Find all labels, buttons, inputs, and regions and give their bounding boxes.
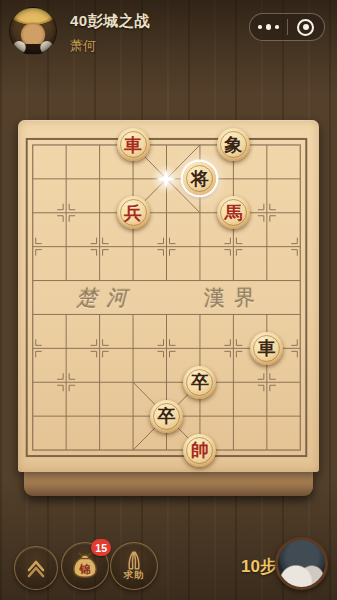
bottom-toolbar: 锦 15 求助 10步 [0,536,337,600]
board-grid: 車象将兵馬車卒卒帥 [16,128,317,467]
avatar-shading [10,8,56,54]
steps-counter: 10步 [241,555,277,578]
help-label: 求助 [124,569,145,582]
black-chariot[interactable]: 車 [250,332,283,365]
red-soldier[interactable]: 兵 [117,196,150,229]
piece-glyph: 卒 [157,407,175,425]
board-front-edge [24,471,313,496]
red-general[interactable]: 帥 [183,434,216,467]
chevron-up-icon [22,554,50,582]
hint-bag-button[interactable]: 锦 15 [61,542,109,590]
player-avatar[interactable] [9,7,57,55]
black-soldier[interactable]: 卒 [183,366,216,399]
level-titles: 40彭城之战 萧何 [70,12,150,55]
piece-glyph: 車 [258,339,276,357]
ask-help-button[interactable]: 求助 [110,542,158,590]
piece-glyph: 兵 [124,203,142,221]
level-title: 40彭城之战 [70,12,150,31]
red-chariot[interactable]: 車 [117,128,150,161]
level-subtitle: 萧何 [70,37,150,55]
wechat-capsule [249,13,325,41]
header: 40彭城之战 萧何 [0,0,337,62]
black-soldier[interactable]: 卒 [150,400,183,433]
piece-glyph: 卒 [191,373,209,391]
sparkle-icon [151,164,181,194]
piece-glyph: 車 [124,135,142,153]
red-horse[interactable]: 馬 [217,196,250,229]
hint-count-badge: 15 [91,539,111,556]
app-screen: 40彭城之战 萧何 楚河 漢界 車象将兵馬車卒卒帥 [0,0,337,600]
last-move-origin-marker [151,164,181,194]
piece-glyph: 将 [191,169,209,187]
xiangqi-board[interactable]: 楚河 漢界 車象将兵馬車卒卒帥 [18,120,319,472]
opponent-avatar[interactable] [275,537,328,590]
close-circle-icon [297,19,314,36]
black-elephant[interactable]: 象 [217,128,250,161]
piece-glyph: 象 [224,135,242,153]
black-general[interactable]: 将 [183,162,216,195]
collapse-button[interactable] [14,546,58,590]
bag-character: 锦 [79,563,91,576]
close-button[interactable] [288,14,325,40]
more-dots-icon [258,24,279,30]
more-button[interactable] [250,14,287,40]
piece-glyph: 馬 [224,203,242,221]
piece-glyph: 帥 [191,441,209,459]
